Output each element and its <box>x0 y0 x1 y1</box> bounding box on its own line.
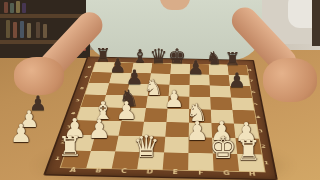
square-f2[interactable] <box>188 137 212 153</box>
square-e7[interactable] <box>169 74 189 85</box>
square-b4[interactable] <box>99 107 124 121</box>
board-perspective-wrap: ABCDEFGH 12345678 12345678 <box>43 0 283 180</box>
square-c6[interactable] <box>127 84 150 96</box>
square-d5[interactable] <box>146 96 169 109</box>
book-spine <box>27 23 31 38</box>
square-f5[interactable] <box>189 97 211 110</box>
square-b5[interactable] <box>103 95 127 108</box>
square-c7[interactable] <box>129 73 151 84</box>
square-g2[interactable] <box>212 138 237 154</box>
book-spine <box>16 1 20 13</box>
rank-label-2: 2 <box>256 139 271 155</box>
square-e6[interactable] <box>169 85 190 97</box>
file-label-d: D <box>136 167 163 177</box>
square-g7[interactable] <box>209 75 230 86</box>
rank-label-6: 6 <box>248 86 260 98</box>
square-e8[interactable] <box>170 64 190 75</box>
square-c3[interactable] <box>119 121 144 136</box>
square-d3[interactable] <box>142 122 167 137</box>
square-f8[interactable] <box>190 64 209 75</box>
file-label-b: B <box>84 166 112 176</box>
book-spine <box>22 3 26 13</box>
square-d4[interactable] <box>144 108 168 122</box>
square-d8[interactable] <box>151 63 171 74</box>
square-b6[interactable] <box>106 83 129 95</box>
rank-label-8: 8 <box>244 65 255 75</box>
square-g4[interactable] <box>211 110 234 124</box>
file-label-f: F <box>188 168 214 178</box>
square-g5[interactable] <box>210 97 232 110</box>
board-squares[interactable] <box>61 62 265 172</box>
captured-white-pawn: ♟ <box>10 121 32 146</box>
file-label-g: G <box>214 169 240 179</box>
square-d7[interactable] <box>149 73 170 84</box>
square-e3[interactable] <box>165 122 189 137</box>
book-spine <box>6 20 10 38</box>
square-f4[interactable] <box>189 109 211 123</box>
square-f3[interactable] <box>189 123 212 138</box>
file-label-e: E <box>162 168 188 178</box>
rank-label-1: 1 <box>259 154 275 172</box>
file-label-a: A <box>58 165 87 175</box>
square-d2[interactable] <box>140 136 166 152</box>
rank-label-7: 7 <box>246 75 258 86</box>
square-c5[interactable] <box>124 95 147 108</box>
square-e5[interactable] <box>168 96 190 109</box>
square-c8[interactable] <box>131 63 152 73</box>
square-g8[interactable] <box>209 64 229 75</box>
book-spine <box>4 2 8 13</box>
square-d6[interactable] <box>148 84 170 96</box>
square-b2[interactable] <box>91 135 119 151</box>
square-f6[interactable] <box>189 85 210 97</box>
dark-corner <box>312 0 320 46</box>
square-b3[interactable] <box>95 121 121 136</box>
square-g3[interactable] <box>211 123 235 138</box>
rank-label-4: 4 <box>252 110 265 124</box>
square-c4[interactable] <box>122 108 146 122</box>
square-b8[interactable] <box>112 63 134 73</box>
square-f7[interactable] <box>190 74 210 85</box>
rank-label-5: 5 <box>250 98 263 111</box>
square-g6[interactable] <box>210 85 231 97</box>
square-c2[interactable] <box>115 136 142 152</box>
book-spine <box>10 3 14 13</box>
square-e4[interactable] <box>166 109 189 123</box>
square-b7[interactable] <box>109 73 131 84</box>
file-label-c: C <box>110 166 137 176</box>
chess-board[interactable]: ABCDEFGH 12345678 12345678 <box>43 56 278 180</box>
book-spine <box>36 22 40 38</box>
video-frame: ABCDEFGH 12345678 12345678 ♜♝♛♚♞♜♟♟♟♟♞♞♟… <box>0 0 320 180</box>
book-spine <box>20 21 24 38</box>
rank-label-3: 3 <box>254 124 268 139</box>
book-spine <box>13 22 17 38</box>
square-e2[interactable] <box>164 137 189 153</box>
